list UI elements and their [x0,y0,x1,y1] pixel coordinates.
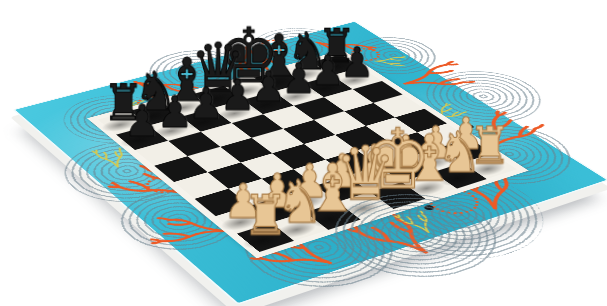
square-c5 [219,138,272,163]
board-face: ♜♞♝♛♚♝♞♜♟♟♟♟♟♟♟♟♟♟♟♟♟♟♟♟♜♞♝♛♚♝♞♜ [12,21,607,305]
white-rook: ♜ [242,187,287,242]
black-pawn: ♟ [123,98,159,142]
product-photo-scene: ♜♞♝♛♚♝♞♜♟♟♟♟♟♟♟♟♟♟♟♟♟♟♟♟♜♞♝♛♚♝♞♜ [0,0,607,306]
chess-board: ♜♞♝♛♚♝♞♜♟♟♟♟♟♟♟♟♟♟♟♟♟♟♟♟♜♞♝♛♚♝♞♜ [12,21,607,305]
square-a1: ♜ [237,223,294,252]
black-pawn: ♟ [250,65,285,107]
black-pawn: ♟ [156,90,191,134]
black-pawn: ♟ [188,81,223,124]
black-pawn: ♟ [220,73,255,116]
black-pawn: ♟ [281,57,315,99]
